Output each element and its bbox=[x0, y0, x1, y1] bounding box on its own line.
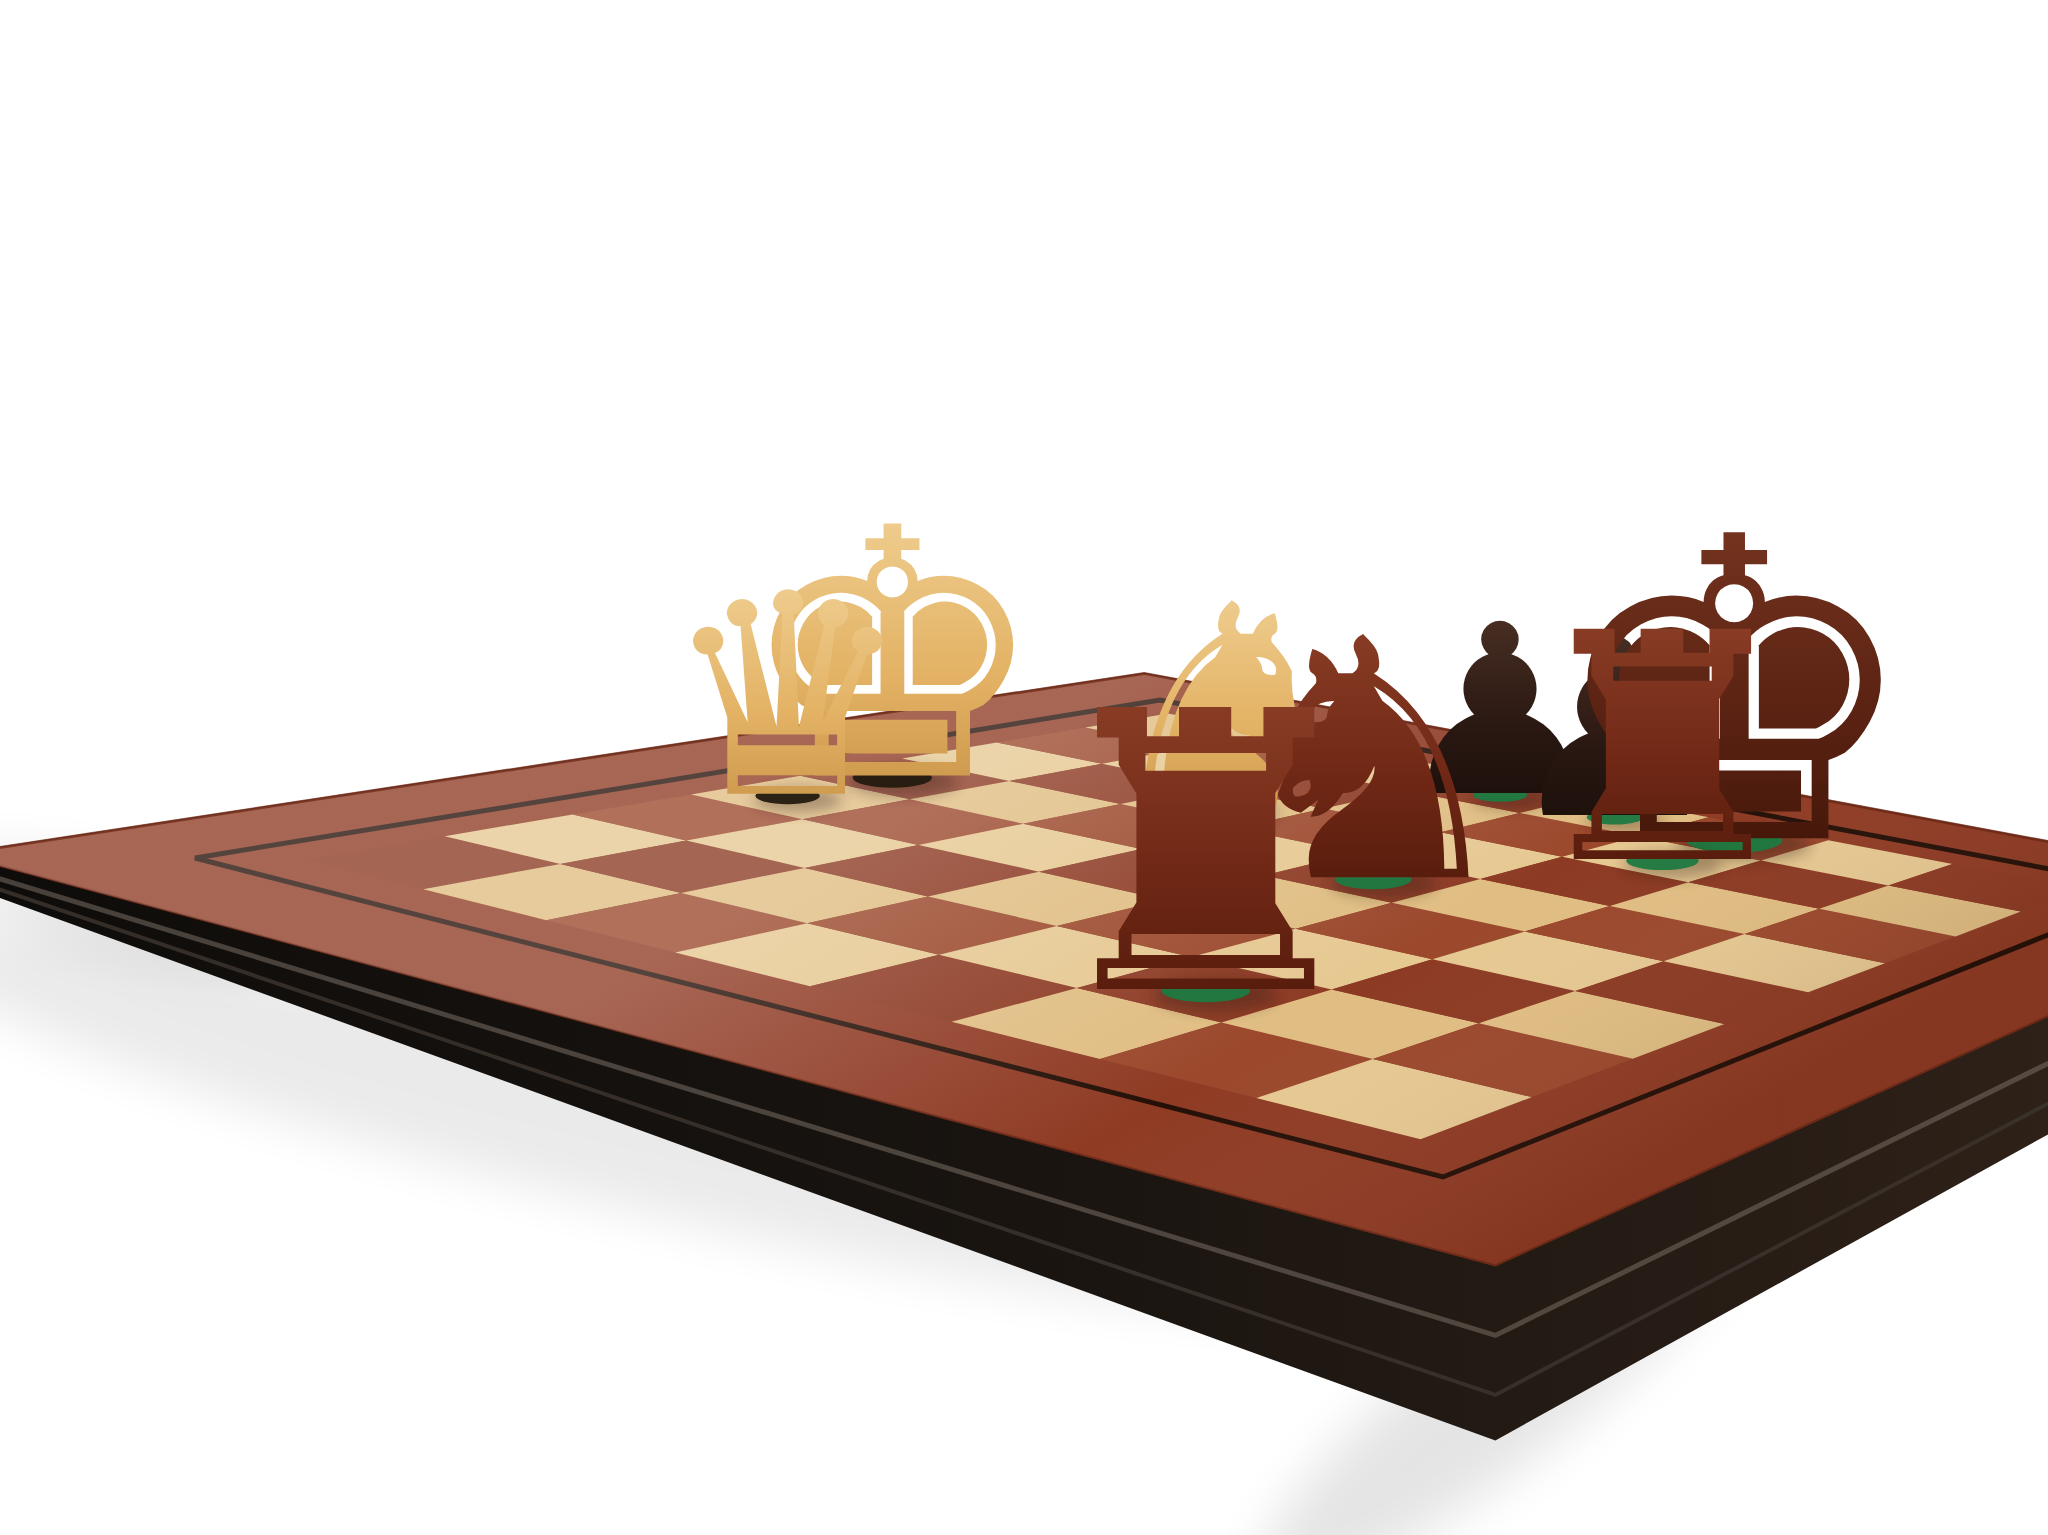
piece-glyph-dark-rook-1: ♜ bbox=[1033, 631, 1379, 1080]
piece-glyph-white-queen: ♛ bbox=[662, 534, 913, 860]
board-scene: ♚♟♛♞♟♚♜♞♜ bbox=[0, 0, 2048, 1535]
chessboard-product-photo: ♚♟♛♞♟♚♜♞♜ bbox=[0, 0, 2048, 1535]
piece-dark-rook-1: ♜ bbox=[1033, 631, 1379, 1080]
piece-glyph-dark-rook-2: ♜ bbox=[1521, 567, 1803, 933]
piece-white-queen: ♛ bbox=[662, 534, 913, 860]
piece-dark-rook-2: ♜ bbox=[1521, 567, 1803, 933]
